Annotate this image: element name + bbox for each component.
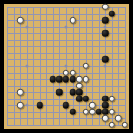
black-stone [102,17,108,23]
black-stone [76,89,82,95]
black-stone [63,102,69,108]
white-stone [89,109,95,115]
white-stone [82,109,88,115]
white-stone [109,96,115,102]
white-stone [109,122,115,128]
white-stone [69,17,75,23]
black-stone [82,96,88,102]
black-stone [102,30,108,36]
white-stone [63,69,69,75]
white-stone [17,89,23,95]
black-stone [102,102,108,108]
white-stone [82,63,88,69]
go-board [4,4,129,129]
black-stone [69,109,75,115]
white-stone [109,109,115,115]
white-stone [122,122,128,128]
white-stone [102,4,108,10]
black-stone [96,109,102,115]
white-stone [17,102,23,108]
black-stone [37,102,43,108]
black-stone [69,76,75,82]
white-stone [82,76,88,82]
black-stone [109,10,115,16]
white-stone [76,76,82,82]
black-stone [102,109,108,115]
white-stone [69,69,75,75]
black-stone [76,96,82,102]
white-stone [76,82,82,88]
black-stone [102,56,108,62]
black-stone [102,96,108,102]
white-stone [115,115,121,121]
board-grid [4,4,129,129]
black-stone [63,76,69,82]
black-stone [50,76,56,82]
black-stone [69,89,75,95]
white-stone [17,17,23,23]
white-stone [102,115,108,121]
black-stone [56,89,62,95]
board-cell[interactable] [122,122,129,129]
black-stone [56,76,62,82]
go-game-screenshot [0,0,133,133]
board-frame [0,0,133,133]
white-stone [89,102,95,108]
